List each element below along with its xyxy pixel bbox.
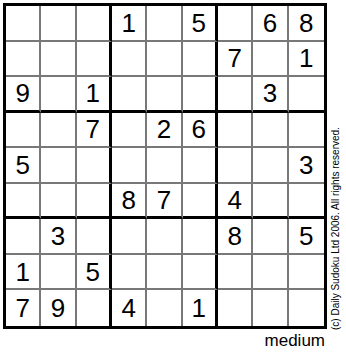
cell-r9c2[interactable]: 9: [41, 290, 76, 326]
cell-r2c4[interactable]: [112, 42, 147, 78]
cell-r2c2[interactable]: [41, 42, 76, 78]
cell-r4c9[interactable]: [289, 113, 324, 149]
cell-r3c7[interactable]: [218, 77, 253, 113]
cell-r6c7[interactable]: 4: [218, 184, 253, 220]
cell-r4c4[interactable]: [112, 113, 147, 149]
cell-r7c2[interactable]: 3: [41, 219, 76, 255]
cell-r4c7[interactable]: [218, 113, 253, 149]
cell-r7c8[interactable]: [253, 219, 288, 255]
cell-r1c4[interactable]: 1: [112, 6, 147, 42]
cell-r5c1[interactable]: 5: [6, 148, 41, 184]
cell-r2c8[interactable]: [253, 42, 288, 78]
cell-r5c8[interactable]: [253, 148, 288, 184]
cell-r7c9[interactable]: 5: [289, 219, 324, 255]
cell-r6c2[interactable]: [41, 184, 76, 220]
cell-r8c8[interactable]: [253, 255, 288, 291]
cell-r5c4[interactable]: [112, 148, 147, 184]
cell-r5c3[interactable]: [77, 148, 112, 184]
copyright-text: (c) Daily Sudoku Ltd 2006. All rights re…: [330, 127, 341, 330]
cell-r5c5[interactable]: [147, 148, 182, 184]
cell-r6c4[interactable]: 8: [112, 184, 147, 220]
cell-r9c6[interactable]: 1: [183, 290, 218, 326]
cell-r6c8[interactable]: [253, 184, 288, 220]
cell-r6c3[interactable]: [77, 184, 112, 220]
cell-r3c3[interactable]: 1: [77, 77, 112, 113]
cell-r9c4[interactable]: 4: [112, 290, 147, 326]
cell-r6c5[interactable]: 7: [147, 184, 182, 220]
cell-r3c8[interactable]: 3: [253, 77, 288, 113]
difficulty-label: medium: [265, 331, 325, 351]
cell-r3c4[interactable]: [112, 77, 147, 113]
cell-r5c7[interactable]: [218, 148, 253, 184]
cell-r1c3[interactable]: [77, 6, 112, 42]
cell-r7c6[interactable]: [183, 219, 218, 255]
cell-r3c9[interactable]: [289, 77, 324, 113]
cell-r8c1[interactable]: 1: [6, 255, 41, 291]
cell-r7c1[interactable]: [6, 219, 41, 255]
cell-r4c3[interactable]: 7: [77, 113, 112, 149]
cell-r3c2[interactable]: [41, 77, 76, 113]
cell-r4c6[interactable]: 6: [183, 113, 218, 149]
cell-r2c6[interactable]: [183, 42, 218, 78]
cell-r1c2[interactable]: [41, 6, 76, 42]
cell-r9c7[interactable]: [218, 290, 253, 326]
cell-r8c3[interactable]: 5: [77, 255, 112, 291]
cell-r8c7[interactable]: [218, 255, 253, 291]
cell-r2c3[interactable]: [77, 42, 112, 78]
cell-r4c1[interactable]: [6, 113, 41, 149]
cell-r2c7[interactable]: 7: [218, 42, 253, 78]
cell-r2c5[interactable]: [147, 42, 182, 78]
cell-r2c1[interactable]: [6, 42, 41, 78]
cell-r5c2[interactable]: [41, 148, 76, 184]
cell-r5c6[interactable]: [183, 148, 218, 184]
cell-r6c6[interactable]: [183, 184, 218, 220]
cell-r6c9[interactable]: [289, 184, 324, 220]
cell-r2c9[interactable]: 1: [289, 42, 324, 78]
cell-r7c5[interactable]: [147, 219, 182, 255]
cell-r1c5[interactable]: [147, 6, 182, 42]
cell-r3c6[interactable]: [183, 77, 218, 113]
cell-r4c5[interactable]: 2: [147, 113, 182, 149]
cell-r8c6[interactable]: [183, 255, 218, 291]
cell-r3c1[interactable]: 9: [6, 77, 41, 113]
cell-r1c9[interactable]: 8: [289, 6, 324, 42]
cell-r9c1[interactable]: 7: [6, 290, 41, 326]
cell-r8c2[interactable]: [41, 255, 76, 291]
cell-r4c8[interactable]: [253, 113, 288, 149]
cell-r9c3[interactable]: [77, 290, 112, 326]
cell-r1c6[interactable]: 5: [183, 6, 218, 42]
cell-r5c9[interactable]: 3: [289, 148, 324, 184]
cell-r3c5[interactable]: [147, 77, 182, 113]
cell-r7c3[interactable]: [77, 219, 112, 255]
cell-r8c5[interactable]: [147, 255, 182, 291]
cell-r4c2[interactable]: [41, 113, 76, 149]
cell-r7c4[interactable]: [112, 219, 147, 255]
cell-r9c9[interactable]: [289, 290, 324, 326]
cell-r8c4[interactable]: [112, 255, 147, 291]
cell-r7c7[interactable]: 8: [218, 219, 253, 255]
cell-r1c8[interactable]: 6: [253, 6, 288, 42]
cell-r9c8[interactable]: [253, 290, 288, 326]
cell-r9c5[interactable]: [147, 290, 182, 326]
cell-r8c9[interactable]: [289, 255, 324, 291]
cell-r1c1[interactable]: [6, 6, 41, 42]
cell-r1c7[interactable]: [218, 6, 253, 42]
sudoku-board: 15687191372653874385157941: [3, 3, 327, 329]
cell-r6c1[interactable]: [6, 184, 41, 220]
